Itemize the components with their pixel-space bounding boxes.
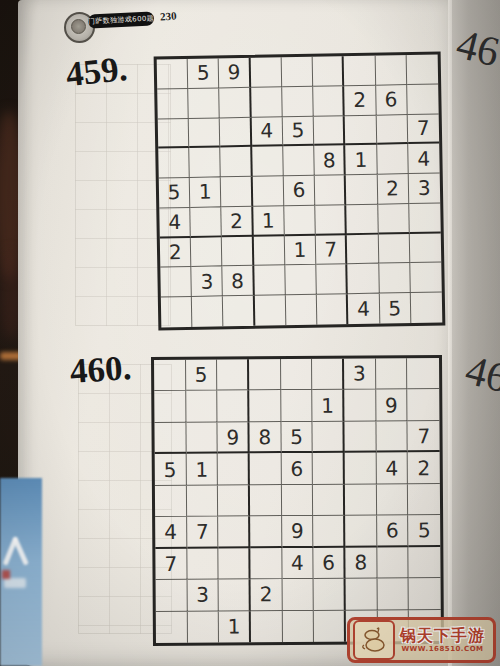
cell-r6c2 [190, 207, 222, 237]
cell-r6c4 [250, 516, 282, 548]
cell-r3c7 [344, 421, 376, 453]
cell-r9c6 [314, 610, 346, 642]
cell-r5c9 [408, 484, 440, 516]
white-stroke [4, 578, 26, 588]
cell-r2c1 [154, 391, 186, 423]
facing-page-strip [452, 0, 500, 666]
cell-r3c9: 7 [407, 114, 439, 144]
puzzle-459-label: 459. [64, 49, 129, 95]
cell-r3c3 [220, 117, 252, 147]
cell-r3c4: 4 [251, 117, 283, 147]
cell-r2c3 [220, 88, 252, 118]
cell-r9c3 [223, 296, 255, 326]
cell-r5c1 [155, 486, 187, 518]
cell-r2c3 [218, 391, 250, 423]
cell-r6c7 [347, 205, 379, 235]
cell-r8c3 [219, 579, 251, 611]
cell-r4c1 [158, 148, 190, 178]
cell-r7c9 [410, 233, 442, 263]
puzzle-460-label: 460. [69, 348, 133, 392]
cell-r1c1 [157, 59, 189, 89]
white-stroke [12, 536, 29, 565]
publisher-logo-inner-icon [71, 19, 86, 34]
cell-r6c3: 2 [222, 207, 254, 237]
cell-r6c1: 4 [159, 208, 191, 238]
cell-r1c4 [249, 359, 281, 391]
sudoku-grid-460: 5319985751642479657468321 [151, 355, 444, 646]
cell-r1c2: 5 [188, 58, 220, 88]
cell-r9c2 [187, 611, 219, 643]
cell-r8c4: 2 [251, 579, 283, 611]
cell-r7c6: 6 [314, 547, 346, 579]
cell-r6c8: 6 [377, 515, 409, 547]
cell-r5c3 [218, 485, 250, 517]
cell-r9c4 [254, 295, 286, 325]
cell-r5c2: 1 [190, 177, 222, 207]
cell-r7c1: 2 [160, 238, 192, 268]
cell-r8c6 [314, 579, 346, 611]
watermark-url: WWW.168510.COM [395, 646, 490, 653]
cell-r7c2 [187, 548, 219, 580]
cell-r5c4 [252, 176, 284, 206]
cell-r8c2: 3 [192, 267, 224, 297]
book-title-banner: 门萨数独游戏600题 [88, 11, 155, 28]
cell-r3c2 [189, 118, 221, 148]
cell-r1c6 [313, 56, 345, 86]
cell-r2c2 [186, 391, 218, 423]
cell-r2c7: 2 [345, 85, 377, 115]
cell-r1c6 [312, 359, 344, 391]
cell-r6c8 [378, 204, 410, 234]
cell-r8c1 [160, 267, 192, 297]
teapot-icon [353, 620, 395, 660]
cell-r1c3: 9 [219, 58, 251, 88]
cell-r6c9: 5 [408, 515, 440, 547]
cell-r3c3: 9 [218, 422, 250, 454]
cell-r8c6 [316, 265, 348, 295]
cell-r3c9: 7 [408, 421, 440, 453]
cell-r9c3: 1 [219, 611, 251, 643]
cell-r1c9 [407, 358, 439, 390]
cell-r4c8: 4 [376, 453, 408, 485]
cell-r9c9 [411, 293, 443, 323]
cell-r5c6 [313, 484, 345, 516]
book-title: 门萨数独游戏600题 [88, 13, 155, 26]
cell-r7c5: 1 [285, 235, 317, 265]
cell-r5c2 [187, 485, 219, 517]
page-number: 230 [160, 10, 177, 23]
cell-r4c4 [252, 147, 284, 177]
cell-r5c8 [377, 484, 409, 516]
cell-r6c4: 1 [253, 206, 285, 236]
cell-r2c9 [408, 389, 440, 421]
cell-r8c8 [377, 578, 409, 610]
cell-r5c1: 5 [159, 178, 191, 208]
cell-r8c2: 3 [187, 580, 219, 612]
cell-r1c7 [344, 56, 376, 86]
cell-r7c7: 8 [345, 547, 377, 579]
cell-r9c6 [317, 294, 349, 324]
cell-r8c3: 8 [223, 266, 255, 296]
cell-r8c1 [156, 580, 188, 612]
cell-r6c2: 7 [187, 517, 219, 549]
cell-r4c2 [189, 148, 221, 178]
cell-r3c2 [186, 422, 218, 454]
cell-r5c5 [282, 485, 314, 517]
cell-r3c6 [313, 422, 345, 454]
cell-r6c3 [218, 517, 250, 549]
cell-r7c7 [347, 234, 379, 264]
cell-r9c5 [282, 610, 314, 642]
cell-r3c8 [376, 421, 408, 453]
cell-r2c8: 6 [376, 85, 408, 115]
cell-r9c4 [251, 611, 283, 643]
cell-r8c9 [409, 578, 441, 610]
cell-r4c5: 6 [281, 453, 313, 485]
cell-r5c9: 3 [408, 174, 440, 204]
cell-r9c7: 4 [348, 294, 380, 324]
watermark-text-block: 锅天下手游 WWW.168510.COM [395, 628, 490, 653]
cell-r4c9: 4 [408, 144, 440, 174]
cell-r7c3 [219, 548, 251, 580]
cell-r4c5 [283, 146, 315, 176]
watermark-title: 锅天下手游 [395, 628, 490, 644]
cell-r1c5 [282, 57, 314, 87]
cell-r8c9 [410, 263, 442, 293]
cell-r6c6 [315, 205, 347, 235]
cell-r6c9 [409, 203, 441, 233]
cell-r8c5 [282, 579, 314, 611]
cell-r1c8 [375, 55, 407, 85]
cell-r1c3 [217, 359, 249, 391]
cell-r7c3 [222, 236, 254, 266]
cell-r4c1: 5 [155, 454, 187, 486]
cell-r3c5: 5 [283, 116, 315, 146]
background-blue-object [0, 478, 42, 666]
cell-r5c6 [315, 175, 347, 205]
cell-r2c8: 9 [376, 390, 408, 422]
cell-r7c8 [377, 547, 409, 579]
cell-r2c2 [188, 88, 220, 118]
cell-r3c4: 8 [249, 422, 281, 454]
cell-r9c1 [156, 611, 188, 643]
cell-r5c7 [346, 175, 378, 205]
cell-r2c4 [251, 87, 283, 117]
cell-r4c9: 2 [408, 452, 440, 484]
cell-r2c1 [157, 89, 189, 119]
cell-r1c1 [154, 360, 186, 392]
cell-r5c3 [221, 177, 253, 207]
cell-r4c4 [250, 453, 282, 485]
cell-r3c1 [158, 118, 190, 148]
cell-r4c3 [221, 147, 253, 177]
red-mark [2, 570, 10, 579]
sudoku-grid-459: 5926457814516234212173845 [154, 52, 446, 331]
cell-r1c2: 5 [186, 360, 218, 392]
cell-r1c5 [281, 359, 313, 391]
cell-r8c4 [254, 266, 286, 296]
site-watermark: 锅天下手游 WWW.168510.COM [347, 617, 496, 663]
cell-r8c8 [379, 264, 411, 294]
cell-r7c4 [250, 548, 282, 580]
cell-r1c9 [406, 55, 438, 85]
cell-r4c7: 1 [346, 145, 378, 175]
cell-r2c7 [344, 390, 376, 422]
cell-r3c5: 5 [281, 422, 313, 454]
cell-r7c8 [378, 234, 410, 264]
cell-r7c2 [191, 237, 223, 267]
cell-r3c6 [314, 116, 346, 146]
cell-r4c3 [218, 454, 250, 486]
cell-r1c8 [376, 358, 408, 390]
cell-r6c7 [345, 516, 377, 548]
cell-r4c8 [377, 144, 409, 174]
cell-r4c2: 1 [186, 454, 218, 486]
cell-r3c8 [376, 115, 408, 145]
cell-r2c5 [282, 87, 314, 117]
cell-r7c6: 7 [316, 235, 348, 265]
cell-r6c5: 9 [282, 516, 314, 548]
cell-r6c5 [284, 206, 316, 236]
cell-r7c5: 4 [282, 548, 314, 580]
cell-r7c4 [253, 236, 285, 266]
cell-r4c6: 8 [314, 146, 346, 176]
cell-r4c6 [313, 453, 345, 485]
cell-r2c9 [407, 84, 439, 114]
cell-r3c1 [154, 423, 186, 455]
cell-r9c8: 5 [379, 293, 411, 323]
cell-r4c7 [345, 453, 377, 485]
cell-r9c1 [161, 297, 193, 327]
cell-r8c7 [346, 579, 378, 611]
cell-r8c5 [285, 265, 317, 295]
cell-r7c1: 7 [155, 548, 187, 580]
cell-r1c7: 3 [344, 358, 376, 390]
cell-r9c2 [192, 297, 224, 327]
cell-r6c6 [313, 516, 345, 548]
cell-r6c1: 4 [155, 517, 187, 549]
cell-r2c6 [313, 86, 345, 116]
cell-r5c8: 2 [377, 174, 409, 204]
cell-r5c5: 6 [284, 176, 316, 206]
cell-r2c6: 1 [313, 390, 345, 422]
cell-r2c5 [281, 390, 313, 422]
cell-r9c5 [286, 295, 318, 325]
cell-r7c9 [409, 547, 441, 579]
cell-r5c4 [250, 485, 282, 517]
cell-r3c7 [345, 115, 377, 145]
cell-r2c4 [249, 391, 281, 423]
cell-r1c4 [250, 57, 282, 87]
cell-r8c7 [348, 264, 380, 294]
cell-r5c7 [345, 484, 377, 516]
